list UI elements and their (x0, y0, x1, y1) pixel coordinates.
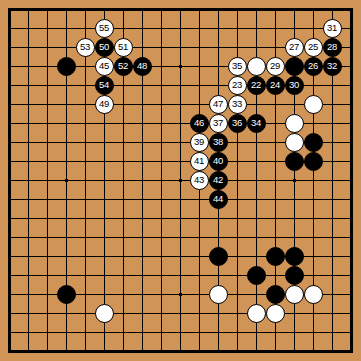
move-41-stone-white: 41 (190, 152, 209, 171)
move-45-stone-white: 45 (95, 57, 114, 76)
move-25-stone-white: 25 (304, 38, 323, 57)
setup-stone-black (285, 152, 304, 171)
setup-stone-black (304, 152, 323, 171)
setup-stone-white (247, 57, 266, 76)
setup-stone-black (304, 133, 323, 152)
move-36-stone-black: 36 (228, 114, 247, 133)
move-31-stone-white: 31 (323, 19, 342, 38)
move-39-stone-white: 39 (190, 133, 209, 152)
move-50-stone-black: 50 (95, 38, 114, 57)
move-26-stone-black: 26 (304, 57, 323, 76)
setup-stone-white (266, 304, 285, 323)
setup-stone-black (266, 247, 285, 266)
setup-stone-black (285, 266, 304, 285)
move-51-stone-white: 51 (114, 38, 133, 57)
setup-stone-white (209, 285, 228, 304)
setup-stone-white (285, 285, 304, 304)
move-55-stone-white: 55 (95, 19, 114, 38)
setup-stone-black (209, 247, 228, 266)
setup-stone-black (285, 247, 304, 266)
move-33-stone-white: 33 (228, 95, 247, 114)
move-35-stone-white: 35 (228, 57, 247, 76)
setup-stone-black (285, 57, 304, 76)
move-52-stone-black: 52 (114, 57, 133, 76)
move-40-stone-black: 40 (209, 152, 228, 171)
move-47-stone-white: 47 (209, 95, 228, 114)
move-49-stone-white: 49 (95, 95, 114, 114)
stone-grid: 2223242526272829303132333435363738394041… (0, 0, 361, 361)
setup-stone-black (57, 285, 76, 304)
move-43-stone-white: 43 (190, 171, 209, 190)
move-29-stone-white: 29 (266, 57, 285, 76)
move-24-stone-black: 24 (266, 76, 285, 95)
move-32-stone-black: 32 (323, 57, 342, 76)
move-37-stone-white: 37 (209, 114, 228, 133)
move-28-stone-black: 28 (323, 38, 342, 57)
setup-stone-white (304, 285, 323, 304)
setup-stone-white (285, 114, 304, 133)
setup-stone-white (95, 304, 114, 323)
move-27-stone-white: 27 (285, 38, 304, 57)
setup-stone-white (247, 304, 266, 323)
setup-stone-black (266, 285, 285, 304)
move-42-stone-black: 42 (209, 171, 228, 190)
move-22-stone-black: 22 (247, 76, 266, 95)
move-48-stone-black: 48 (133, 57, 152, 76)
move-38-stone-black: 38 (209, 133, 228, 152)
setup-stone-black (247, 266, 266, 285)
move-44-stone-black: 44 (209, 190, 228, 209)
setup-stone-black (57, 57, 76, 76)
move-34-stone-black: 34 (247, 114, 266, 133)
move-30-stone-black: 30 (285, 76, 304, 95)
move-46-stone-black: 46 (190, 114, 209, 133)
move-53-stone-white: 53 (76, 38, 95, 57)
move-54-stone-black: 54 (95, 76, 114, 95)
go-board[interactable]: 2223242526272829303132333435363738394041… (0, 0, 361, 361)
move-23-stone-white: 23 (228, 76, 247, 95)
setup-stone-white (285, 133, 304, 152)
setup-stone-white (304, 95, 323, 114)
